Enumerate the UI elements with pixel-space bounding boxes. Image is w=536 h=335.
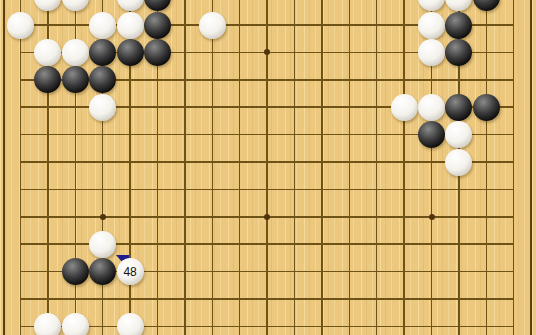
white-stone[interactable] xyxy=(418,12,445,39)
star-point xyxy=(429,214,435,220)
white-stone[interactable] xyxy=(117,313,144,335)
black-stone[interactable] xyxy=(473,94,500,121)
grid-vline xyxy=(349,0,351,335)
black-stone[interactable] xyxy=(89,39,116,66)
white-stone[interactable] xyxy=(62,313,89,335)
grid-vline xyxy=(212,0,214,335)
grid-hline xyxy=(20,298,515,300)
white-stone[interactable] xyxy=(62,39,89,66)
white-stone[interactable] xyxy=(117,12,144,39)
white-stone[interactable] xyxy=(89,94,116,121)
white-stone[interactable] xyxy=(418,39,445,66)
move-number-label: 48 xyxy=(117,258,144,285)
star-point xyxy=(264,214,270,220)
white-stone[interactable] xyxy=(199,12,226,39)
grid-vline xyxy=(184,0,186,335)
black-stone[interactable] xyxy=(144,12,171,39)
go-board[interactable]: 48 xyxy=(0,0,536,335)
black-stone[interactable] xyxy=(445,94,472,121)
grid-hline xyxy=(20,326,515,328)
grid-hline xyxy=(20,161,515,163)
white-stone[interactable] xyxy=(89,12,116,39)
white-stone[interactable] xyxy=(89,231,116,258)
white-stone[interactable] xyxy=(418,94,445,121)
black-stone[interactable] xyxy=(144,39,171,66)
grid-vline xyxy=(403,0,405,335)
grid-vline xyxy=(294,0,296,335)
board-left-edge xyxy=(3,0,5,335)
grid-vline xyxy=(376,0,378,335)
white-stone[interactable] xyxy=(445,149,472,176)
white-stone[interactable] xyxy=(7,12,34,39)
white-stone[interactable]: 48 xyxy=(117,258,144,285)
black-stone[interactable] xyxy=(62,66,89,93)
black-stone[interactable] xyxy=(418,121,445,148)
grid-vline xyxy=(321,0,323,335)
grid-hline xyxy=(20,189,515,191)
board-right-edge xyxy=(530,0,532,335)
grid-vline xyxy=(20,0,22,335)
black-stone[interactable] xyxy=(62,258,89,285)
black-stone[interactable] xyxy=(117,39,144,66)
grid-vline xyxy=(239,0,241,335)
grid-vline xyxy=(486,0,488,335)
black-stone[interactable] xyxy=(445,12,472,39)
white-stone[interactable] xyxy=(391,94,418,121)
star-point xyxy=(100,214,106,220)
grid-vline xyxy=(513,0,515,335)
